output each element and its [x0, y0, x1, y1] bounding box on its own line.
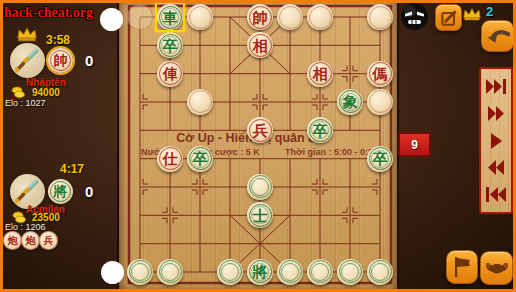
surrender-button[interactable] — [446, 250, 478, 284]
board-piece[interactable] — [127, 259, 153, 285]
board-piece[interactable]: 仕 — [157, 146, 183, 172]
draw-offer-button[interactable] — [480, 251, 513, 285]
board-piece[interactable] — [337, 259, 363, 285]
spy-icon[interactable] — [400, 2, 429, 31]
watermark-circle-bottom — [101, 261, 124, 284]
board-piece[interactable] — [187, 4, 213, 30]
top-player-side-badge: 帥 — [48, 48, 73, 73]
board-piece[interactable] — [187, 89, 213, 115]
captured-pieces-tray: 炮 炮 兵 — [3, 231, 57, 250]
skip-to-first-button[interactable] — [484, 185, 508, 205]
skip-to-latest-icon — [485, 79, 507, 94]
move-counter-badge: 9 — [398, 132, 431, 157]
rewind-icon — [486, 160, 506, 175]
bottom-player-side-badge: 將 — [48, 179, 73, 204]
edit-icon — [439, 8, 459, 28]
top-player-avatar[interactable] — [10, 43, 45, 78]
edit-button[interactable] — [435, 4, 462, 31]
bottom-player-timer: 4:17 — [60, 162, 84, 176]
selected-piece-highlight — [155, 2, 185, 32]
board-piece[interactable] — [367, 89, 393, 115]
top-player-timer: 3:58 — [46, 33, 70, 47]
board-piece[interactable] — [367, 4, 393, 30]
board-piece[interactable]: 卒 — [367, 146, 393, 172]
skip-to-latest-button[interactable] — [484, 77, 508, 97]
vip-count: 2 — [486, 4, 493, 19]
board-piece[interactable]: 俥 — [157, 61, 183, 87]
board-piece[interactable] — [277, 259, 303, 285]
back-button[interactable] — [481, 20, 514, 52]
crown-icon — [16, 26, 38, 42]
replay-panel — [479, 67, 513, 214]
xiangqi-board[interactable]: Cờ Úp - Hiển thị quân ăn Nước Tiền cược … — [117, 0, 399, 292]
rewind-button[interactable] — [484, 158, 508, 178]
fast-forward-icon — [486, 106, 506, 121]
board-piece[interactable]: 相 — [307, 61, 333, 87]
fast-forward-button[interactable] — [484, 104, 508, 124]
watermark-circle-top — [100, 8, 123, 31]
skip-to-first-icon — [485, 187, 507, 202]
board-piece[interactable] — [307, 259, 333, 285]
handshake-icon — [485, 257, 509, 279]
board-piece[interactable]: 象 — [337, 89, 363, 115]
last-move-origin — [127, 4, 153, 30]
time-info: Thời gian : 5:00 - 0:20 — [285, 147, 378, 157]
captured-piece: 炮 — [3, 231, 22, 250]
board-piece[interactable] — [217, 259, 243, 285]
top-player-coins: 94000 — [32, 87, 60, 98]
back-icon — [486, 26, 510, 46]
play-button[interactable] — [484, 131, 508, 151]
play-icon — [489, 133, 504, 149]
bottom-player-score: 0 — [85, 183, 93, 200]
board-piece[interactable] — [277, 4, 303, 30]
crown-icon — [462, 7, 482, 21]
game-screen: hack-cheat.org 3:58 帥 0 Nhậptên 94000 El… — [0, 0, 516, 292]
board-piece[interactable]: 將 — [247, 259, 273, 285]
captured-piece: 兵 — [39, 231, 58, 250]
board-piece[interactable]: 傌 — [367, 61, 393, 87]
top-player-elo: Elo : 1027 — [5, 98, 46, 108]
flag-icon — [451, 255, 473, 279]
board-piece[interactable]: 卒 — [187, 146, 213, 172]
watermark: hack-cheat.org — [4, 5, 93, 21]
captured-piece: 炮 — [21, 231, 40, 250]
board-piece[interactable] — [367, 259, 393, 285]
sword-icon — [10, 43, 45, 78]
board-piece[interactable] — [307, 4, 333, 30]
board-piece[interactable] — [247, 174, 273, 200]
board-piece[interactable]: 帥 — [247, 4, 273, 30]
top-player-score: 0 — [85, 52, 93, 69]
board-piece[interactable] — [157, 259, 183, 285]
